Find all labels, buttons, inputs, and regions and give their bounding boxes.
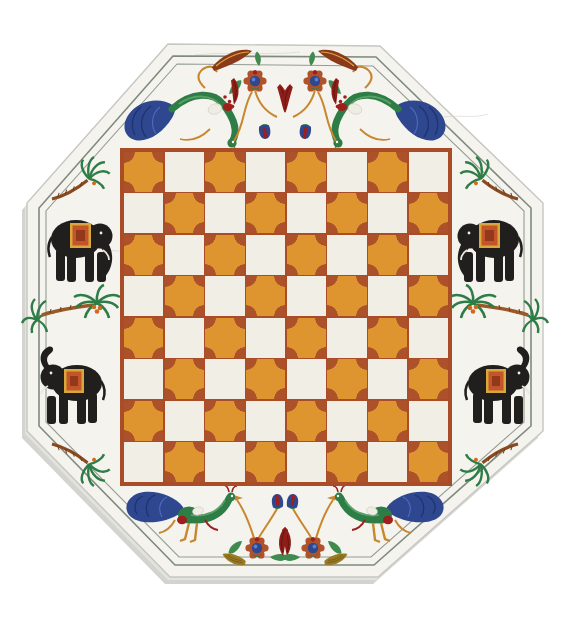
square-a5[interactable] xyxy=(124,276,163,316)
square-c3[interactable] xyxy=(205,359,244,399)
chess-board xyxy=(120,148,452,486)
square-d6[interactable] xyxy=(246,235,285,275)
square-b1[interactable] xyxy=(165,442,204,482)
square-h3[interactable] xyxy=(409,359,448,399)
square-g1[interactable] xyxy=(368,442,407,482)
square-h7[interactable] xyxy=(409,193,448,233)
square-h8[interactable] xyxy=(409,152,448,192)
square-a1[interactable] xyxy=(124,442,163,482)
square-b6[interactable] xyxy=(165,235,204,275)
square-b5[interactable] xyxy=(165,276,204,316)
square-e6[interactable] xyxy=(287,235,326,275)
square-f1[interactable] xyxy=(327,442,366,482)
square-f3[interactable] xyxy=(327,359,366,399)
square-c5[interactable] xyxy=(205,276,244,316)
square-f7[interactable] xyxy=(327,193,366,233)
square-a2[interactable] xyxy=(124,401,163,441)
square-h6[interactable] xyxy=(409,235,448,275)
square-d3[interactable] xyxy=(246,359,285,399)
square-c8[interactable] xyxy=(205,152,244,192)
square-e5[interactable] xyxy=(287,276,326,316)
square-g5[interactable] xyxy=(368,276,407,316)
square-d8[interactable] xyxy=(246,152,285,192)
square-e2[interactable] xyxy=(287,401,326,441)
square-d4[interactable] xyxy=(246,318,285,358)
square-d7[interactable] xyxy=(246,193,285,233)
square-g2[interactable] xyxy=(368,401,407,441)
square-f8[interactable] xyxy=(327,152,366,192)
square-e7[interactable] xyxy=(287,193,326,233)
square-a7[interactable] xyxy=(124,193,163,233)
square-a3[interactable] xyxy=(124,359,163,399)
square-c6[interactable] xyxy=(205,235,244,275)
square-c4[interactable] xyxy=(205,318,244,358)
square-g8[interactable] xyxy=(368,152,407,192)
square-d5[interactable] xyxy=(246,276,285,316)
square-e4[interactable] xyxy=(287,318,326,358)
square-g6[interactable] xyxy=(368,235,407,275)
square-a8[interactable] xyxy=(124,152,163,192)
square-e8[interactable] xyxy=(287,152,326,192)
square-g3[interactable] xyxy=(368,359,407,399)
square-c2[interactable] xyxy=(205,401,244,441)
square-f4[interactable] xyxy=(327,318,366,358)
square-c1[interactable] xyxy=(205,442,244,482)
square-a6[interactable] xyxy=(124,235,163,275)
square-e1[interactable] xyxy=(287,442,326,482)
square-b3[interactable] xyxy=(165,359,204,399)
square-d1[interactable] xyxy=(246,442,285,482)
square-c7[interactable] xyxy=(205,193,244,233)
square-f6[interactable] xyxy=(327,235,366,275)
square-d2[interactable] xyxy=(246,401,285,441)
square-a4[interactable] xyxy=(124,318,163,358)
square-h5[interactable] xyxy=(409,276,448,316)
square-b4[interactable] xyxy=(165,318,204,358)
square-f5[interactable] xyxy=(327,276,366,316)
square-b2[interactable] xyxy=(165,401,204,441)
marble-chess-table-photo xyxy=(0,0,567,640)
square-g7[interactable] xyxy=(368,193,407,233)
square-h4[interactable] xyxy=(409,318,448,358)
square-f2[interactable] xyxy=(327,401,366,441)
square-e3[interactable] xyxy=(287,359,326,399)
square-g4[interactable] xyxy=(368,318,407,358)
square-b7[interactable] xyxy=(165,193,204,233)
square-h1[interactable] xyxy=(409,442,448,482)
square-h2[interactable] xyxy=(409,401,448,441)
square-b8[interactable] xyxy=(165,152,204,192)
